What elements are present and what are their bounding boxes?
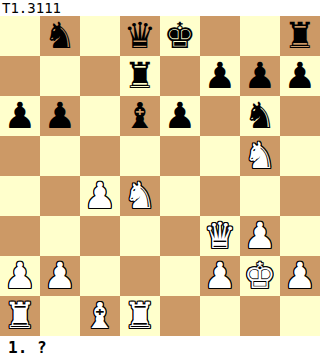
square-b7[interactable] bbox=[40, 56, 80, 96]
square-f6[interactable] bbox=[200, 96, 240, 136]
square-f8[interactable] bbox=[200, 16, 240, 56]
square-d8[interactable]: ♛ bbox=[120, 16, 160, 56]
square-g7[interactable]: ♟ bbox=[240, 56, 280, 96]
square-f7[interactable]: ♟ bbox=[200, 56, 240, 96]
piece-white-pawn[interactable]: ♟ bbox=[284, 256, 316, 296]
square-g4[interactable] bbox=[240, 176, 280, 216]
square-e8[interactable]: ♚ bbox=[160, 16, 200, 56]
square-b6[interactable]: ♟ bbox=[40, 96, 80, 136]
square-f2[interactable]: ♟ bbox=[200, 256, 240, 296]
square-b5[interactable] bbox=[40, 136, 80, 176]
square-c7[interactable] bbox=[80, 56, 120, 96]
square-h6[interactable] bbox=[280, 96, 320, 136]
square-h3[interactable] bbox=[280, 216, 320, 256]
square-a5[interactable] bbox=[0, 136, 40, 176]
square-h8[interactable]: ♜ bbox=[280, 16, 320, 56]
square-e7[interactable] bbox=[160, 56, 200, 96]
square-a2[interactable]: ♟ bbox=[0, 256, 40, 296]
piece-black-queen[interactable]: ♛ bbox=[124, 16, 156, 56]
piece-white-pawn[interactable]: ♟ bbox=[204, 256, 236, 296]
square-d1[interactable]: ♜ bbox=[120, 296, 160, 336]
square-c6[interactable] bbox=[80, 96, 120, 136]
square-c3[interactable] bbox=[80, 216, 120, 256]
square-f5[interactable] bbox=[200, 136, 240, 176]
square-d3[interactable] bbox=[120, 216, 160, 256]
piece-black-pawn[interactable]: ♟ bbox=[44, 96, 76, 136]
square-c1[interactable]: ♝ bbox=[80, 296, 120, 336]
square-e4[interactable] bbox=[160, 176, 200, 216]
square-b1[interactable] bbox=[40, 296, 80, 336]
square-e5[interactable] bbox=[160, 136, 200, 176]
square-h4[interactable] bbox=[280, 176, 320, 216]
piece-black-rook[interactable]: ♜ bbox=[124, 56, 156, 96]
square-e1[interactable] bbox=[160, 296, 200, 336]
square-f4[interactable] bbox=[200, 176, 240, 216]
square-f3[interactable]: ♛ bbox=[200, 216, 240, 256]
square-c8[interactable] bbox=[80, 16, 120, 56]
square-e6[interactable]: ♟ bbox=[160, 96, 200, 136]
puzzle-id: T1.3111 bbox=[0, 0, 320, 16]
square-d5[interactable] bbox=[120, 136, 160, 176]
square-c4[interactable]: ♟ bbox=[80, 176, 120, 216]
square-h1[interactable] bbox=[280, 296, 320, 336]
piece-black-pawn[interactable]: ♟ bbox=[284, 56, 316, 96]
square-d2[interactable] bbox=[120, 256, 160, 296]
piece-black-rook[interactable]: ♜ bbox=[284, 16, 316, 56]
piece-white-rook[interactable]: ♜ bbox=[124, 296, 156, 336]
square-d7[interactable]: ♜ bbox=[120, 56, 160, 96]
square-a6[interactable]: ♟ bbox=[0, 96, 40, 136]
square-b2[interactable]: ♟ bbox=[40, 256, 80, 296]
square-b4[interactable] bbox=[40, 176, 80, 216]
square-a1[interactable]: ♜ bbox=[0, 296, 40, 336]
piece-black-bishop[interactable]: ♝ bbox=[124, 96, 156, 136]
square-d6[interactable]: ♝ bbox=[120, 96, 160, 136]
square-a4[interactable] bbox=[0, 176, 40, 216]
piece-white-queen[interactable]: ♛ bbox=[204, 216, 236, 256]
piece-white-pawn[interactable]: ♟ bbox=[84, 176, 116, 216]
piece-white-pawn[interactable]: ♟ bbox=[244, 216, 276, 256]
piece-white-pawn[interactable]: ♟ bbox=[44, 256, 76, 296]
square-e3[interactable] bbox=[160, 216, 200, 256]
square-h7[interactable]: ♟ bbox=[280, 56, 320, 96]
square-b8[interactable]: ♞ bbox=[40, 16, 80, 56]
square-c5[interactable] bbox=[80, 136, 120, 176]
square-g2[interactable]: ♚ bbox=[240, 256, 280, 296]
piece-white-king[interactable]: ♚ bbox=[244, 256, 276, 296]
piece-white-knight[interactable]: ♞ bbox=[244, 136, 276, 176]
piece-black-king[interactable]: ♚ bbox=[164, 16, 196, 56]
square-g1[interactable] bbox=[240, 296, 280, 336]
square-e2[interactable] bbox=[160, 256, 200, 296]
square-b3[interactable] bbox=[40, 216, 80, 256]
piece-black-pawn[interactable]: ♟ bbox=[204, 56, 236, 96]
square-h2[interactable]: ♟ bbox=[280, 256, 320, 296]
square-g3[interactable]: ♟ bbox=[240, 216, 280, 256]
square-f1[interactable] bbox=[200, 296, 240, 336]
move-prompt: 1. ? bbox=[0, 336, 320, 360]
piece-black-pawn[interactable]: ♟ bbox=[4, 96, 36, 136]
square-a8[interactable] bbox=[0, 16, 40, 56]
piece-white-knight[interactable]: ♞ bbox=[124, 176, 156, 216]
piece-white-pawn[interactable]: ♟ bbox=[4, 256, 36, 296]
square-c2[interactable] bbox=[80, 256, 120, 296]
square-h5[interactable] bbox=[280, 136, 320, 176]
piece-white-bishop[interactable]: ♝ bbox=[84, 296, 116, 336]
square-g8[interactable] bbox=[240, 16, 280, 56]
square-g6[interactable]: ♞ bbox=[240, 96, 280, 136]
square-d4[interactable]: ♞ bbox=[120, 176, 160, 216]
chess-board: ♞♛♚♜♜♟♟♟♟♟♝♟♞♞♟♞♛♟♟♟♟♚♟♜♝♜ bbox=[0, 16, 320, 336]
square-a3[interactable] bbox=[0, 216, 40, 256]
square-g5[interactable]: ♞ bbox=[240, 136, 280, 176]
piece-black-pawn[interactable]: ♟ bbox=[244, 56, 276, 96]
piece-white-rook[interactable]: ♜ bbox=[4, 296, 36, 336]
square-a7[interactable] bbox=[0, 56, 40, 96]
piece-black-pawn[interactable]: ♟ bbox=[164, 96, 196, 136]
piece-black-knight[interactable]: ♞ bbox=[244, 96, 276, 136]
piece-black-knight[interactable]: ♞ bbox=[44, 16, 76, 56]
